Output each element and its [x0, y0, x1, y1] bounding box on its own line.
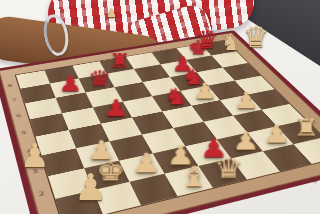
- rank-label-5: 5: [20, 129, 27, 135]
- white-pawn-far-table: ♟: [106, 7, 117, 19]
- red-pawn-c5: ♟: [103, 97, 129, 120]
- captured-white-knight: ♞: [221, 32, 241, 54]
- board-grid: ♜♚♟♛♟♞♟♞♟♟♟♚♟♟♟♟♟♜♝♛: [16, 40, 320, 214]
- red-queen-c7: ♛: [88, 68, 112, 89]
- file-label-e: e: [240, 192, 250, 200]
- red-pawn-b7: ♟: [58, 73, 82, 95]
- file-label-f: f: [274, 184, 282, 191]
- captured-white-pawn-1: ♟: [20, 139, 50, 172]
- captured-white-pawn-2: ♟: [74, 169, 107, 206]
- rank-label-2: 2: [38, 189, 46, 197]
- white-rook-h2: ♜: [293, 116, 320, 141]
- white-pawn-f2: ♟: [232, 129, 260, 154]
- white-pawn-g4: ♟: [234, 90, 259, 113]
- white-pawn-f5: ♟: [193, 81, 217, 103]
- red-rook-d8: ♜: [109, 51, 131, 71]
- photo-scene: ♜♚♟♛♟♞♟♞♟♟♟♚♟♟♟♟♟♜♝♛ abcdefgh12345678 ♟♛…: [0, 0, 320, 214]
- rank-label-7: 7: [11, 97, 17, 102]
- spare-red-queen: ♛: [196, 27, 218, 52]
- white-bishop-d1: ♝: [179, 164, 209, 192]
- file-label-g: g: [307, 175, 318, 183]
- file-label-c: c: [169, 210, 178, 214]
- white-pawn-c2: ♟: [132, 150, 161, 177]
- white-pawn-g2: ♟: [263, 122, 290, 147]
- red-knight-e5: ♞: [164, 86, 189, 109]
- rank-label-8: 8: [7, 83, 13, 88]
- spare-white-queen: ♛: [243, 23, 269, 52]
- rank-label-1: 1: [44, 213, 53, 214]
- file-label-d: d: [205, 201, 215, 210]
- white-queen-e1: ♛: [214, 156, 243, 183]
- rank-label-6: 6: [16, 113, 23, 119]
